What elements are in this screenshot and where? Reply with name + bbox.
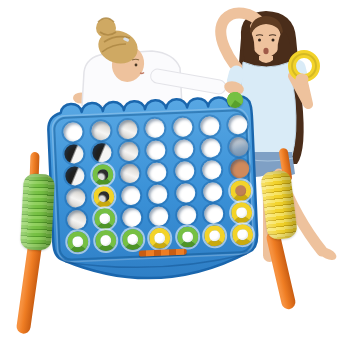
board-cell [116, 161, 144, 184]
hole-empty [91, 120, 111, 140]
board-cell [91, 229, 119, 252]
board-cell [86, 119, 114, 142]
left-ring-stand-green [20, 173, 55, 251]
hole-empty [64, 144, 84, 164]
eye [135, 64, 138, 67]
yellow-disc [230, 201, 252, 223]
board-cell [227, 201, 255, 224]
mouth [263, 48, 268, 54]
board-cell [64, 230, 92, 253]
yellow-disc [149, 227, 171, 249]
hole-empty [146, 140, 166, 160]
yellow-disc [204, 224, 226, 246]
board-cell [60, 142, 88, 165]
hole-empty [63, 122, 83, 142]
board-cell [145, 204, 173, 227]
hole-empty [176, 183, 196, 203]
green-disc [94, 229, 116, 251]
board-cell [200, 202, 228, 225]
board-cell [228, 223, 256, 246]
hole-empty [121, 185, 141, 205]
hole-empty [200, 116, 220, 136]
green-disc [177, 226, 199, 248]
hole-empty [203, 181, 223, 201]
hole-empty [228, 114, 248, 134]
board-cell [146, 226, 174, 249]
board-cell [144, 182, 172, 205]
green-disc [67, 230, 89, 252]
hole-empty [229, 136, 249, 156]
hole-empty [202, 159, 222, 179]
hole-empty [204, 203, 224, 223]
board-cell [142, 138, 170, 161]
eye-left [258, 39, 261, 42]
board-cell [171, 159, 199, 182]
yellow-disc [230, 179, 252, 201]
board-cell [63, 208, 91, 231]
board-cell [143, 160, 171, 183]
hole-empty [201, 138, 221, 158]
board-cell [197, 136, 225, 159]
board-cell [223, 113, 251, 136]
holding-hand [296, 74, 309, 85]
product-photo [0, 0, 350, 350]
connect-four-board [44, 84, 263, 293]
board-cell [224, 135, 252, 158]
board-cell [141, 116, 169, 139]
board-cell [87, 141, 115, 164]
hole-empty [148, 184, 168, 204]
yellow-disc [231, 223, 253, 245]
hole-empty [175, 161, 195, 181]
eye-right [272, 39, 275, 42]
hole-empty [177, 205, 197, 225]
board-cell [170, 137, 198, 160]
board-cell [199, 180, 227, 203]
board-cell [225, 157, 253, 180]
board-cell [201, 224, 229, 247]
board-cell [114, 117, 142, 140]
yellow-disc [92, 185, 114, 207]
green-disc [93, 207, 115, 229]
board-cell [173, 225, 201, 248]
hole-empty [65, 165, 85, 185]
hole-empty [67, 209, 87, 229]
board-cell [61, 164, 89, 187]
board-cell [118, 205, 146, 228]
board-cell [171, 181, 199, 204]
board-cell [115, 139, 143, 162]
board-cell [119, 227, 147, 250]
board-grid [59, 113, 257, 253]
board-cell [117, 183, 145, 206]
hole-empty [149, 206, 169, 226]
hole-empty [92, 142, 112, 162]
board-cell [62, 186, 90, 209]
hole-empty [147, 162, 167, 182]
board-cell [172, 203, 200, 226]
hole-empty [122, 207, 142, 227]
hole-empty [120, 163, 140, 183]
hole-empty [118, 119, 138, 139]
hole-empty [173, 117, 193, 137]
board-cell [90, 207, 118, 230]
hole-empty [174, 139, 194, 159]
hole-empty [145, 118, 165, 138]
board-cell [196, 114, 224, 137]
stand-leg-left [16, 241, 43, 334]
board-cell [226, 179, 254, 202]
board-cell [89, 185, 117, 208]
green-disc [122, 228, 144, 250]
board-cell [198, 158, 226, 181]
board-cell [169, 115, 197, 138]
hole-empty [230, 158, 250, 178]
board-cell [88, 163, 116, 186]
board-cell [59, 120, 87, 143]
hole-empty [66, 187, 86, 207]
hole-empty [119, 141, 139, 161]
green-disc [92, 163, 114, 185]
